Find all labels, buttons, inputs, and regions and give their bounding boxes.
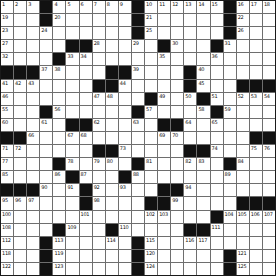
cell-r4-c20[interactable] xyxy=(250,40,262,52)
cell-r1-c6[interactable]: 5 xyxy=(66,1,78,13)
cell-r20-c5[interactable]: 119 xyxy=(53,250,65,262)
cell-r5-c12[interactable] xyxy=(145,53,157,65)
cell-r10-c8[interactable]: 62 xyxy=(93,119,105,131)
cell-r20-c6[interactable] xyxy=(66,250,78,262)
cell-r13-c14[interactable] xyxy=(171,158,183,170)
cell-r3-c3[interactable] xyxy=(27,27,39,39)
cell-r10-c9[interactable] xyxy=(106,119,118,131)
cell-r17-c13[interactable]: 103 xyxy=(158,211,170,223)
cell-r13-c12[interactable]: 81 xyxy=(145,158,157,170)
cell-r17-c15[interactable] xyxy=(184,211,196,223)
cell-r7-c2[interactable]: 42 xyxy=(14,80,26,92)
cell-r14-c12[interactable] xyxy=(145,171,157,183)
cell-r8-c18[interactable] xyxy=(224,93,236,105)
cell-r8-c19[interactable]: 52 xyxy=(237,93,249,105)
cell-r11-c8[interactable] xyxy=(93,132,105,144)
cell-r2-c1[interactable]: 19 xyxy=(1,14,13,26)
cell-r13-c2[interactable] xyxy=(14,158,26,170)
cell-r16-c14[interactable]: 99 xyxy=(171,197,183,209)
cell-r4-c19[interactable] xyxy=(237,40,249,52)
cell-r21-c5[interactable]: 123 xyxy=(53,263,65,275)
cell-r16-c5[interactable] xyxy=(53,197,65,209)
cell-r16-c16[interactable] xyxy=(197,197,209,209)
cell-r13-c16[interactable]: 83 xyxy=(197,158,209,170)
cell-r8-c11[interactable] xyxy=(132,93,144,105)
cell-r2-c8[interactable] xyxy=(93,14,105,26)
cell-r12-c6[interactable] xyxy=(66,145,78,157)
cell-r16-c6[interactable] xyxy=(66,197,78,209)
cell-r17-c3[interactable] xyxy=(27,211,39,223)
cell-r8-c14[interactable] xyxy=(171,93,183,105)
cell-r20-c9[interactable] xyxy=(106,250,118,262)
cell-r5-c18[interactable] xyxy=(224,53,236,65)
cell-r15-c20[interactable] xyxy=(250,184,262,196)
cell-r15-c17[interactable] xyxy=(211,184,223,196)
cell-r19-c1[interactable]: 112 xyxy=(1,237,13,249)
cell-r9-c16[interactable]: 58 xyxy=(197,106,209,118)
cell-r21-c20[interactable] xyxy=(250,263,262,275)
cell-r13-c15[interactable]: 82 xyxy=(184,158,196,170)
cell-r5-c16[interactable] xyxy=(197,53,209,65)
cell-r5-c7[interactable]: 34 xyxy=(80,53,92,65)
cell-r14-c9[interactable] xyxy=(106,171,118,183)
cell-r19-c10[interactable] xyxy=(119,237,131,249)
cell-r15-c10[interactable]: 93 xyxy=(119,184,131,196)
cell-r3-c7[interactable] xyxy=(80,27,92,39)
cell-r20-c2[interactable] xyxy=(14,250,26,262)
cell-r3-c2[interactable] xyxy=(14,27,26,39)
cell-r14-c7[interactable]: 87 xyxy=(80,171,92,183)
cell-r5-c14[interactable] xyxy=(171,53,183,65)
cell-r13-c17[interactable] xyxy=(211,158,223,170)
cell-r2-c3[interactable] xyxy=(27,14,39,26)
cell-r11-c15[interactable] xyxy=(184,132,196,144)
cell-r5-c1[interactable]: 32 xyxy=(1,53,13,65)
cell-r16-c17[interactable] xyxy=(211,197,223,209)
cell-r9-c6[interactable] xyxy=(66,106,78,118)
cell-r18-c18[interactable] xyxy=(224,224,236,236)
cell-r4-c10[interactable] xyxy=(119,40,131,52)
cell-r17-c1[interactable]: 100 xyxy=(1,211,13,223)
cell-r16-c8[interactable]: 98 xyxy=(93,197,105,209)
cell-r19-c20[interactable] xyxy=(250,237,262,249)
cell-r9-c3[interactable] xyxy=(27,106,39,118)
cell-r10-c18[interactable] xyxy=(224,119,236,131)
cell-r14-c17[interactable] xyxy=(211,171,223,183)
cell-r2-c10[interactable] xyxy=(119,14,131,26)
cell-r17-c11[interactable] xyxy=(132,211,144,223)
cell-r2-c9[interactable] xyxy=(106,14,118,26)
cell-r12-c19[interactable] xyxy=(237,145,249,157)
cell-r4-c1[interactable]: 27 xyxy=(1,40,13,52)
cell-r11-c12[interactable] xyxy=(145,132,157,144)
cell-r21-c7[interactable] xyxy=(80,263,92,275)
cell-r11-c13[interactable]: 69 xyxy=(158,132,170,144)
cell-r15-c19[interactable] xyxy=(237,184,249,196)
cell-r2-c20[interactable] xyxy=(250,14,262,26)
cell-r2-c19[interactable]: 22 xyxy=(237,14,249,26)
cell-r13-c3[interactable] xyxy=(27,158,39,170)
cell-r12-c17[interactable]: 74 xyxy=(211,145,223,157)
cell-r1-c20[interactable]: 17 xyxy=(250,1,262,13)
cell-r10-c16[interactable] xyxy=(197,119,209,131)
cell-r8-c5[interactable] xyxy=(53,93,65,105)
cell-r4-c15[interactable] xyxy=(184,40,196,52)
cell-r15-c21[interactable] xyxy=(263,184,275,196)
cell-r3-c1[interactable]: 23 xyxy=(1,27,13,39)
cell-r20-c12[interactable]: 120 xyxy=(145,250,157,262)
cell-r9-c13[interactable] xyxy=(158,106,170,118)
cell-r4-c14[interactable]: 30 xyxy=(171,40,183,52)
cell-r9-c20[interactable] xyxy=(250,106,262,118)
cell-r16-c1[interactable]: 95 xyxy=(1,197,13,209)
cell-r14-c1[interactable]: 85 xyxy=(1,171,13,183)
cell-r7-c12[interactable] xyxy=(145,80,157,92)
cell-r19-c3[interactable] xyxy=(27,237,39,249)
cell-r4-c3[interactable] xyxy=(27,40,39,52)
cell-r8-c7[interactable] xyxy=(80,93,92,105)
cell-r4-c2[interactable] xyxy=(14,40,26,52)
cell-r15-c5[interactable] xyxy=(53,184,65,196)
cell-r1-c5[interactable]: 4 xyxy=(53,1,65,13)
cell-r13-c19[interactable]: 84 xyxy=(237,158,249,170)
cell-r17-c19[interactable]: 105 xyxy=(237,211,249,223)
cell-r9-c19[interactable] xyxy=(237,106,249,118)
cell-r10-c2[interactable] xyxy=(14,119,26,131)
cell-r2-c15[interactable] xyxy=(184,14,196,26)
cell-r13-c4[interactable] xyxy=(40,158,52,170)
cell-r6-c16[interactable]: 40 xyxy=(197,66,209,78)
cell-r18-c3[interactable] xyxy=(27,224,39,236)
cell-r7-c3[interactable]: 43 xyxy=(27,80,39,92)
cell-r4-c4[interactable] xyxy=(40,40,52,52)
cell-r12-c20[interactable]: 75 xyxy=(250,145,262,157)
cell-r18-c10[interactable]: 110 xyxy=(119,224,131,236)
cell-r21-c16[interactable] xyxy=(197,263,209,275)
cell-r12-c2[interactable]: 72 xyxy=(14,145,26,157)
cell-r12-c21[interactable]: 76 xyxy=(263,145,275,157)
cell-r12-c12[interactable] xyxy=(145,145,157,157)
cell-r19-c21[interactable] xyxy=(263,237,275,249)
cell-r19-c18[interactable] xyxy=(224,237,236,249)
cell-r9-c5[interactable]: 56 xyxy=(53,106,65,118)
cell-r12-c18[interactable] xyxy=(224,145,236,157)
cell-r17-c18[interactable]: 104 xyxy=(224,211,236,223)
cell-r8-c10[interactable] xyxy=(119,93,131,105)
cell-r19-c19[interactable] xyxy=(237,237,249,249)
cell-r19-c5[interactable]: 113 xyxy=(53,237,65,249)
cell-r9-c10[interactable] xyxy=(119,106,131,118)
cell-r3-c21[interactable] xyxy=(263,27,275,39)
cell-r17-c9[interactable] xyxy=(106,211,118,223)
cell-r6-c11[interactable]: 39 xyxy=(132,66,144,78)
cell-r3-c8[interactable] xyxy=(93,27,105,39)
cell-r17-c21[interactable]: 107 xyxy=(263,211,275,223)
cell-r5-c21[interactable] xyxy=(263,53,275,65)
cell-r4-c18[interactable]: 31 xyxy=(224,40,236,52)
cell-r5-c8[interactable] xyxy=(93,53,105,65)
cell-r4-c12[interactable] xyxy=(145,40,157,52)
cell-r20-c3[interactable] xyxy=(27,250,39,262)
cell-r21-c6[interactable] xyxy=(66,263,78,275)
cell-r11-c16[interactable] xyxy=(197,132,209,144)
cell-r6-c4[interactable]: 37 xyxy=(40,66,52,78)
cell-r11-c17[interactable] xyxy=(211,132,223,144)
cell-r20-c8[interactable] xyxy=(93,250,105,262)
cell-r15-c18[interactable] xyxy=(224,184,236,196)
cell-r10-c10[interactable] xyxy=(119,119,131,131)
cell-r8-c2[interactable] xyxy=(14,93,26,105)
cell-r1-c12[interactable]: 10 xyxy=(145,1,157,13)
cell-r4-c8[interactable]: 28 xyxy=(93,40,105,52)
cell-r11-c14[interactable]: 70 xyxy=(171,132,183,144)
cell-r1-c10[interactable]: 9 xyxy=(119,1,131,13)
cell-r7-c1[interactable]: 41 xyxy=(1,80,13,92)
cell-r3-c5[interactable] xyxy=(53,27,65,39)
cell-r8-c21[interactable]: 54 xyxy=(263,93,275,105)
cell-r3-c10[interactable] xyxy=(119,27,131,39)
cell-r15-c15[interactable]: 94 xyxy=(184,184,196,196)
cell-r19-c7[interactable] xyxy=(80,237,92,249)
cell-r6-c6[interactable] xyxy=(66,66,78,78)
cell-r12-c14[interactable] xyxy=(171,145,183,157)
cell-r8-c3[interactable] xyxy=(27,93,39,105)
cell-r15-c16[interactable] xyxy=(197,184,209,196)
cell-r16-c11[interactable] xyxy=(132,197,144,209)
cell-r3-c20[interactable] xyxy=(250,27,262,39)
cell-r20-c7[interactable] xyxy=(80,250,92,262)
cell-r14-c19[interactable] xyxy=(237,171,249,183)
cell-r1-c2[interactable]: 2 xyxy=(14,1,26,13)
cell-r14-c21[interactable] xyxy=(263,171,275,183)
cell-r5-c19[interactable] xyxy=(237,53,249,65)
cell-r11-c4[interactable] xyxy=(40,132,52,144)
cell-r11-c19[interactable] xyxy=(237,132,249,144)
cell-r16-c10[interactable] xyxy=(119,197,131,209)
cell-r10-c17[interactable]: 65 xyxy=(211,119,223,131)
cell-r10-c21[interactable] xyxy=(263,119,275,131)
cell-r8-c20[interactable]: 53 xyxy=(250,93,262,105)
cell-r12-c1[interactable]: 71 xyxy=(1,145,13,157)
cell-r21-c10[interactable] xyxy=(119,263,131,275)
cell-r1-c14[interactable]: 12 xyxy=(171,1,183,13)
cell-r18-c20[interactable] xyxy=(250,224,262,236)
cell-r18-c12[interactable] xyxy=(145,224,157,236)
cell-r19-c15[interactable]: 116 xyxy=(184,237,196,249)
cell-r7-c10[interactable]: 44 xyxy=(119,80,131,92)
cell-r2-c16[interactable] xyxy=(197,14,209,26)
cell-r4-c11[interactable]: 29 xyxy=(132,40,144,52)
cell-r4-c16[interactable] xyxy=(197,40,209,52)
cell-r1-c9[interactable]: 8 xyxy=(106,1,118,13)
cell-r10-c19[interactable] xyxy=(237,119,249,131)
cell-r12-c10[interactable]: 73 xyxy=(119,145,131,157)
cell-r11-c6[interactable]: 67 xyxy=(66,132,78,144)
cell-r21-c15[interactable] xyxy=(184,263,196,275)
cell-r9-c1[interactable]: 55 xyxy=(1,106,13,118)
cell-r18-c21[interactable] xyxy=(263,224,275,236)
cell-r16-c15[interactable] xyxy=(184,197,196,209)
cell-r7-c6[interactable] xyxy=(66,80,78,92)
cell-r8-c15[interactable]: 50 xyxy=(184,93,196,105)
cell-r1-c19[interactable]: 16 xyxy=(237,1,249,13)
cell-r6-c13[interactable] xyxy=(158,66,170,78)
cell-r5-c2[interactable] xyxy=(14,53,26,65)
cell-r9-c14[interactable] xyxy=(171,106,183,118)
cell-r8-c1[interactable]: 46 xyxy=(1,93,13,105)
cell-r11-c5[interactable] xyxy=(53,132,65,144)
cell-r9-c8[interactable] xyxy=(93,106,105,118)
cell-r18-c2[interactable] xyxy=(14,224,26,236)
cell-r12-c11[interactable] xyxy=(132,145,144,157)
cell-r19-c12[interactable]: 115 xyxy=(145,237,157,249)
cell-r8-c13[interactable]: 49 xyxy=(158,93,170,105)
cell-r16-c18[interactable] xyxy=(224,197,236,209)
cell-r1-c17[interactable]: 15 xyxy=(211,1,223,13)
cell-r5-c3[interactable] xyxy=(27,53,39,65)
cell-r7-c16[interactable]: 45 xyxy=(197,80,209,92)
cell-r14-c16[interactable] xyxy=(197,171,209,183)
cell-r13-c13[interactable] xyxy=(158,158,170,170)
cell-r15-c9[interactable] xyxy=(106,184,118,196)
cell-r9-c18[interactable]: 59 xyxy=(224,106,236,118)
cell-r3-c9[interactable] xyxy=(106,27,118,39)
cell-r1-c1[interactable]: 1 xyxy=(1,1,13,13)
cell-r18-c13[interactable] xyxy=(158,224,170,236)
cell-r14-c4[interactable] xyxy=(40,171,52,183)
cell-r6-c20[interactable] xyxy=(250,66,262,78)
cell-r17-c4[interactable] xyxy=(40,211,52,223)
cell-r20-c15[interactable] xyxy=(184,250,196,262)
cell-r2-c21[interactable] xyxy=(263,14,275,26)
cell-r1-c8[interactable]: 7 xyxy=(93,1,105,13)
cell-r21-c21[interactable] xyxy=(263,263,275,275)
cell-r7-c4[interactable] xyxy=(40,80,52,92)
cell-r1-c21[interactable]: 18 xyxy=(263,1,275,13)
cell-r20-c16[interactable] xyxy=(197,250,209,262)
cell-r20-c19[interactable]: 121 xyxy=(237,250,249,262)
cell-r3-c6[interactable] xyxy=(66,27,78,39)
cell-r20-c1[interactable]: 118 xyxy=(1,250,13,262)
cell-r19-c9[interactable]: 114 xyxy=(106,237,118,249)
cell-r18-c14[interactable] xyxy=(171,224,183,236)
cell-r10-c5[interactable] xyxy=(53,119,65,131)
cell-r7-c17[interactable] xyxy=(211,80,223,92)
cell-r2-c6[interactable] xyxy=(66,14,78,26)
cell-r15-c12[interactable] xyxy=(145,184,157,196)
cell-r9-c21[interactable] xyxy=(263,106,275,118)
cell-r6-c19[interactable] xyxy=(237,66,249,78)
cell-r18-c17[interactable]: 111 xyxy=(211,224,223,236)
cell-r20-c21[interactable] xyxy=(263,250,275,262)
cell-r21-c3[interactable] xyxy=(27,263,39,275)
cell-r16-c2[interactable]: 96 xyxy=(14,197,26,209)
cell-r5-c6[interactable]: 33 xyxy=(66,53,78,65)
cell-r13-c21[interactable] xyxy=(263,158,275,170)
cell-r10-c3[interactable] xyxy=(27,119,39,131)
cell-r2-c2[interactable] xyxy=(14,14,26,26)
cell-r17-c20[interactable]: 106 xyxy=(250,211,262,223)
cell-r18-c7[interactable] xyxy=(80,224,92,236)
cell-r10-c11[interactable]: 63 xyxy=(132,119,144,131)
cell-r10-c1[interactable]: 60 xyxy=(1,119,13,131)
cell-r1-c13[interactable]: 11 xyxy=(158,1,170,13)
cell-r9-c9[interactable] xyxy=(106,106,118,118)
cell-r5-c13[interactable]: 35 xyxy=(158,53,170,65)
cell-r20-c20[interactable] xyxy=(250,250,262,262)
cell-r5-c9[interactable] xyxy=(106,53,118,65)
cell-r20-c17[interactable] xyxy=(211,250,223,262)
cell-r10-c15[interactable]: 64 xyxy=(184,119,196,131)
cell-r14-c14[interactable] xyxy=(171,171,183,183)
cell-r17-c8[interactable] xyxy=(93,211,105,223)
cell-r2-c17[interactable] xyxy=(211,14,223,26)
cell-r20-c10[interactable] xyxy=(119,250,131,262)
cell-r3-c14[interactable] xyxy=(171,27,183,39)
cell-r17-c6[interactable] xyxy=(66,211,78,223)
cell-r14-c8[interactable] xyxy=(93,171,105,183)
cell-r14-c20[interactable] xyxy=(250,171,262,183)
cell-r18-c6[interactable]: 109 xyxy=(66,224,78,236)
cell-r12-c3[interactable] xyxy=(27,145,39,157)
cell-r19-c6[interactable] xyxy=(66,237,78,249)
cell-r17-c14[interactable] xyxy=(171,211,183,223)
cell-r11-c7[interactable]: 68 xyxy=(80,132,92,144)
cell-r13-c9[interactable]: 80 xyxy=(106,158,118,170)
cell-r12-c7[interactable] xyxy=(80,145,92,157)
cell-r8-c9[interactable]: 48 xyxy=(106,93,118,105)
cell-r7-c18[interactable] xyxy=(224,80,236,92)
cell-r5-c11[interactable] xyxy=(132,53,144,65)
cell-r16-c3[interactable]: 97 xyxy=(27,197,39,209)
cell-r6-c17[interactable] xyxy=(211,66,223,78)
cell-r2-c13[interactable] xyxy=(158,14,170,26)
cell-r19-c13[interactable] xyxy=(158,237,170,249)
cell-r4-c21[interactable] xyxy=(263,40,275,52)
cell-r14-c11[interactable]: 88 xyxy=(132,171,144,183)
cell-r13-c20[interactable] xyxy=(250,158,262,170)
cell-r8-c17[interactable]: 51 xyxy=(211,93,223,105)
cell-r19-c2[interactable] xyxy=(14,237,26,249)
cell-r19-c16[interactable]: 117 xyxy=(197,237,209,249)
cell-r8-c4[interactable] xyxy=(40,93,52,105)
cell-r7-c5[interactable] xyxy=(53,80,65,92)
cell-r9-c2[interactable] xyxy=(14,106,26,118)
cell-r16-c4[interactable] xyxy=(40,197,52,209)
cell-r14-c2[interactable] xyxy=(14,171,26,183)
cell-r18-c1[interactable]: 108 xyxy=(1,224,13,236)
cell-r7-c13[interactable] xyxy=(158,80,170,92)
cell-r21-c9[interactable] xyxy=(106,263,118,275)
cell-r3-c13[interactable] xyxy=(158,27,170,39)
cell-r11-c11[interactable] xyxy=(132,132,144,144)
cell-r19-c14[interactable] xyxy=(171,237,183,249)
cell-r2-c7[interactable] xyxy=(80,14,92,26)
cell-r5-c17[interactable]: 36 xyxy=(211,53,223,65)
cell-r6-c8[interactable] xyxy=(93,66,105,78)
cell-r18-c11[interactable] xyxy=(132,224,144,236)
cell-r13-c6[interactable]: 78 xyxy=(66,158,78,170)
cell-r9-c15[interactable] xyxy=(184,106,196,118)
cell-r1-c3[interactable]: 3 xyxy=(27,1,39,13)
cell-r1-c7[interactable]: 6 xyxy=(80,1,92,13)
cell-r13-c7[interactable] xyxy=(80,158,92,170)
cell-r21-c19[interactable]: 125 xyxy=(237,263,249,275)
cell-r5-c4[interactable] xyxy=(40,53,52,65)
cell-r21-c17[interactable] xyxy=(211,263,223,275)
cell-r21-c12[interactable]: 124 xyxy=(145,263,157,275)
cell-r17-c7[interactable]: 101 xyxy=(80,211,92,223)
